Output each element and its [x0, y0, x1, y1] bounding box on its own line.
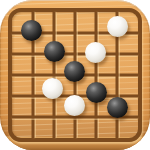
black-stone — [64, 61, 85, 82]
black-stone — [44, 41, 65, 62]
gomoku-app-icon — [0, 0, 150, 150]
white-stone — [85, 42, 106, 63]
white-stone — [107, 16, 128, 37]
black-stone — [21, 20, 42, 41]
grid-line-vertical — [95, 12, 98, 138]
black-stone — [107, 97, 128, 118]
black-stone — [86, 82, 107, 103]
white-stone — [42, 78, 63, 99]
white-stone — [64, 95, 85, 116]
